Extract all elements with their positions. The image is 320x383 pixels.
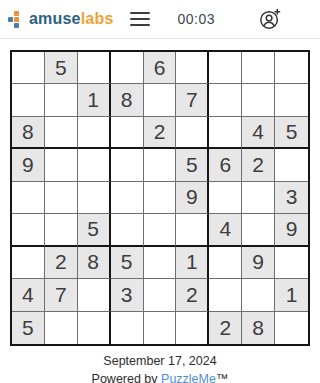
cell-r6c8[interactable] bbox=[242, 214, 275, 246]
cell-r7c5[interactable] bbox=[144, 247, 177, 279]
cell-r4c4[interactable] bbox=[111, 149, 144, 181]
cell-r1c4[interactable] bbox=[111, 52, 144, 84]
cell-r2c7[interactable] bbox=[209, 84, 242, 116]
cell-r8c9[interactable]: 1 bbox=[275, 279, 308, 311]
cell-r7c3[interactable]: 8 bbox=[78, 247, 111, 279]
cell-r3c4[interactable] bbox=[111, 117, 144, 149]
cell-r4c9[interactable] bbox=[275, 149, 308, 181]
cell-r4c6[interactable]: 5 bbox=[176, 149, 209, 181]
cell-r8c7[interactable] bbox=[209, 279, 242, 311]
timer-display: 00:03 bbox=[178, 11, 216, 27]
cell-r8c1[interactable]: 4 bbox=[12, 279, 45, 311]
cell-r7c9[interactable] bbox=[275, 247, 308, 279]
cell-r3c3[interactable] bbox=[78, 117, 111, 149]
sudoku-grid: 5618782459562935492851947321528 bbox=[10, 50, 310, 346]
cell-r6c6[interactable] bbox=[176, 214, 209, 246]
cell-r5c1[interactable] bbox=[12, 182, 45, 214]
cell-r6c7[interactable]: 4 bbox=[209, 214, 242, 246]
cell-r5c8[interactable] bbox=[242, 182, 275, 214]
cell-r5c3[interactable] bbox=[78, 182, 111, 214]
cell-r7c1[interactable] bbox=[12, 247, 45, 279]
cell-r1c8[interactable] bbox=[242, 52, 275, 84]
cell-r9c7[interactable]: 2 bbox=[209, 312, 242, 344]
cell-r1c1[interactable] bbox=[12, 52, 45, 84]
amuselabs-logo: amuselabs bbox=[8, 10, 114, 28]
cell-r9c5[interactable] bbox=[144, 312, 177, 344]
cell-r1c7[interactable] bbox=[209, 52, 242, 84]
cell-r4c1[interactable]: 9 bbox=[12, 149, 45, 181]
menu-hamburger-icon[interactable] bbox=[130, 8, 150, 30]
cell-r3c1[interactable]: 8 bbox=[12, 117, 45, 149]
cell-r9c2[interactable] bbox=[45, 312, 78, 344]
cell-r2c3[interactable]: 1 bbox=[78, 84, 111, 116]
cell-r5c6[interactable]: 9 bbox=[176, 182, 209, 214]
cell-r5c9[interactable]: 3 bbox=[275, 182, 308, 214]
cell-r3c8[interactable]: 4 bbox=[242, 117, 275, 149]
puzzleme-link[interactable]: PuzzleMe bbox=[161, 372, 216, 383]
cell-r7c6[interactable]: 1 bbox=[176, 247, 209, 279]
cell-r8c8[interactable] bbox=[242, 279, 275, 311]
cell-r6c3[interactable]: 5 bbox=[78, 214, 111, 246]
cell-r1c3[interactable] bbox=[78, 52, 111, 84]
cell-r7c2[interactable]: 2 bbox=[45, 247, 78, 279]
cell-r2c4[interactable]: 8 bbox=[111, 84, 144, 116]
cell-r2c9[interactable] bbox=[275, 84, 308, 116]
cell-r8c6[interactable]: 2 bbox=[176, 279, 209, 311]
cell-r9c4[interactable] bbox=[111, 312, 144, 344]
cell-r9c3[interactable] bbox=[78, 312, 111, 344]
cell-r6c9[interactable]: 9 bbox=[275, 214, 308, 246]
puzzle-date: September 17, 2024 bbox=[0, 352, 320, 370]
cell-r8c4[interactable]: 3 bbox=[111, 279, 144, 311]
cell-r8c5[interactable] bbox=[144, 279, 177, 311]
cell-r8c2[interactable]: 7 bbox=[45, 279, 78, 311]
cell-r9c9[interactable] bbox=[275, 312, 308, 344]
cell-r1c6[interactable] bbox=[176, 52, 209, 84]
amuselabs-logo-icon bbox=[8, 11, 25, 28]
cell-r5c4[interactable] bbox=[111, 182, 144, 214]
brand-name-amuse: amuse bbox=[29, 10, 81, 27]
cell-r3c5[interactable]: 2 bbox=[144, 117, 177, 149]
add-user-icon[interactable] bbox=[259, 8, 281, 30]
cell-r3c2[interactable] bbox=[45, 117, 78, 149]
board-area: 5618782459562935492851947321528 bbox=[0, 39, 320, 346]
app-header: amuselabs 00:03 bbox=[0, 0, 320, 39]
cell-r2c8[interactable] bbox=[242, 84, 275, 116]
cell-r2c5[interactable] bbox=[144, 84, 177, 116]
cell-r3c7[interactable] bbox=[209, 117, 242, 149]
cell-r7c4[interactable]: 5 bbox=[111, 247, 144, 279]
footer: September 17, 2024 Powered by PuzzleMe™ bbox=[0, 352, 320, 383]
cell-r5c2[interactable] bbox=[45, 182, 78, 214]
cell-r9c8[interactable]: 8 bbox=[242, 312, 275, 344]
brand-name-labs: labs bbox=[81, 10, 114, 27]
cell-r4c7[interactable]: 6 bbox=[209, 149, 242, 181]
cell-r6c2[interactable] bbox=[45, 214, 78, 246]
cell-r9c1[interactable]: 5 bbox=[12, 312, 45, 344]
cell-r9c6[interactable] bbox=[176, 312, 209, 344]
cell-r1c9[interactable] bbox=[275, 52, 308, 84]
brand-name: amuselabs bbox=[29, 10, 114, 28]
cell-r5c7[interactable] bbox=[209, 182, 242, 214]
cell-r5c5[interactable] bbox=[144, 182, 177, 214]
cell-r6c5[interactable] bbox=[144, 214, 177, 246]
powered-by-line: Powered by PuzzleMe™ bbox=[0, 370, 320, 383]
powered-by-text: Powered by bbox=[92, 372, 161, 383]
cell-r6c1[interactable] bbox=[12, 214, 45, 246]
cell-r4c8[interactable]: 2 bbox=[242, 149, 275, 181]
trademark-symbol: ™ bbox=[216, 372, 229, 383]
cell-r7c8[interactable]: 9 bbox=[242, 247, 275, 279]
cell-r7c7[interactable] bbox=[209, 247, 242, 279]
cell-r2c2[interactable] bbox=[45, 84, 78, 116]
cell-r1c2[interactable]: 5 bbox=[45, 52, 78, 84]
cell-r3c9[interactable]: 5 bbox=[275, 117, 308, 149]
cell-r2c6[interactable]: 7 bbox=[176, 84, 209, 116]
cell-r4c3[interactable] bbox=[78, 149, 111, 181]
cell-r4c2[interactable] bbox=[45, 149, 78, 181]
cell-r8c3[interactable] bbox=[78, 279, 111, 311]
cell-r4c5[interactable] bbox=[144, 149, 177, 181]
cell-r1c5[interactable]: 6 bbox=[144, 52, 177, 84]
cell-r2c1[interactable] bbox=[12, 84, 45, 116]
cell-r6c4[interactable] bbox=[111, 214, 144, 246]
cell-r3c6[interactable] bbox=[176, 117, 209, 149]
